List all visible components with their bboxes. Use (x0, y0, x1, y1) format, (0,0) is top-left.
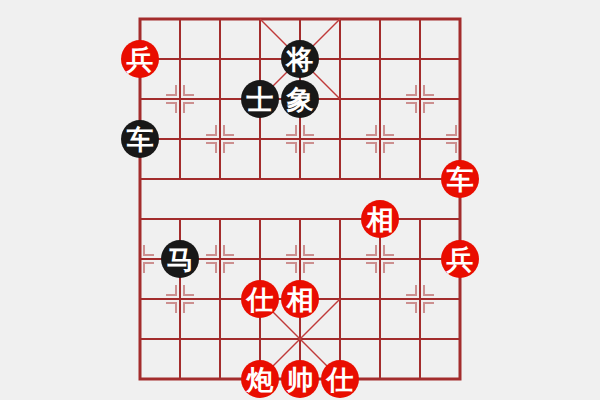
black-advisor[interactable]: 士 (241, 80, 279, 118)
black-general[interactable]: 将 (281, 40, 319, 78)
red-advisor-d[interactable]: 仕 (241, 280, 279, 318)
red-general[interactable]: 帅 (281, 360, 319, 398)
red-elephant-g[interactable]: 相 (361, 200, 399, 238)
black-horse[interactable]: 马 (161, 240, 199, 278)
black-elephant[interactable]: 象 (281, 80, 319, 118)
xiangqi-board: 兵将士象车车相马兵仕相炮帅仕 (120, 0, 480, 399)
red-cannon[interactable]: 炮 (241, 360, 279, 398)
red-advisor-f[interactable]: 仕 (321, 360, 359, 398)
red-soldier-a[interactable]: 兵 (121, 40, 159, 78)
xiangqi-diagram: 兵将士象车车相马兵仕相炮帅仕 (0, 0, 600, 400)
black-chariot[interactable]: 车 (121, 120, 159, 158)
red-elephant-e[interactable]: 相 (281, 280, 319, 318)
red-chariot[interactable]: 车 (441, 160, 479, 198)
red-soldier-i[interactable]: 兵 (441, 240, 479, 278)
